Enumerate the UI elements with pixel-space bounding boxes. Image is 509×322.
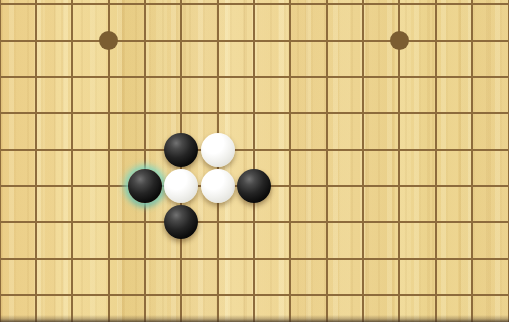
grid-line-horizontal [0, 258, 509, 260]
star-point [390, 31, 409, 50]
grid-line-vertical [471, 0, 473, 322]
black-stone-last-move [128, 169, 162, 203]
black-stone [164, 205, 198, 239]
star-point [99, 31, 118, 50]
grid-line-horizontal [0, 294, 509, 296]
goban-viewport [0, 0, 509, 322]
grid-line-vertical [435, 0, 437, 322]
grid-line-vertical [289, 0, 291, 322]
grid-line-vertical [253, 0, 255, 322]
grid-line-horizontal [0, 221, 509, 223]
go-board[interactable] [0, 0, 509, 322]
grid-line-vertical [362, 0, 364, 322]
grid-line-vertical [326, 0, 328, 322]
white-stone [201, 133, 235, 167]
white-stone [201, 169, 235, 203]
black-stone [237, 169, 271, 203]
white-stone [164, 169, 198, 203]
grid-line-vertical [35, 0, 37, 322]
grid-line-vertical [71, 0, 73, 322]
grid-line-vertical [144, 0, 146, 322]
black-stone [164, 133, 198, 167]
grid-line-vertical [0, 0, 1, 322]
